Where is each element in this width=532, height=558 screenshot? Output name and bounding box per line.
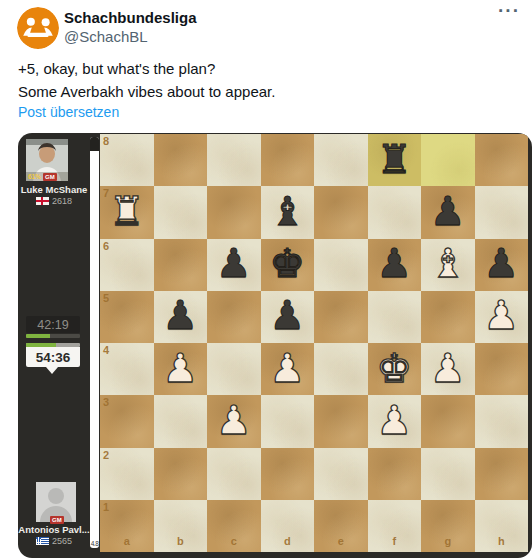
square-c4 [207, 343, 261, 395]
square-b3 [154, 395, 208, 447]
tweet-text: +5, okay, but what's the plan? Some Aver… [18, 57, 275, 103]
white-bishop: ♝ [430, 243, 466, 283]
author-handle[interactable]: @SchachBL [64, 28, 148, 45]
square-h2 [475, 448, 529, 500]
square-c2 [207, 448, 261, 500]
square-b4: ♟ [154, 343, 208, 395]
square-d5: ♟ [261, 291, 315, 343]
black-pawn: ♟ [162, 295, 198, 335]
square-a7: 7♜ [100, 186, 154, 238]
file-label-b: b [154, 535, 208, 547]
square-e2 [314, 448, 368, 500]
square-b8 [154, 134, 208, 186]
black-king: ♚ [269, 243, 305, 283]
square-e8 [314, 134, 368, 186]
white-pawn: ♟ [269, 348, 305, 388]
black-pawn: ♟ [376, 243, 412, 283]
square-a1: 1a [100, 500, 154, 552]
square-f1: f [368, 500, 422, 552]
square-a3: 3 [100, 395, 154, 447]
avatar[interactable] [17, 7, 59, 49]
file-label-h: h [475, 535, 529, 547]
black-pawn: ♟ [430, 191, 466, 231]
rank-label-2: 2 [103, 449, 109, 461]
square-f2 [368, 448, 422, 500]
gm-title-badge: GM [50, 516, 64, 524]
white-clock: 54:36 [26, 347, 80, 367]
square-h4 [475, 343, 529, 395]
square-h7 [475, 186, 529, 238]
active-clock-pointer [46, 367, 58, 380]
square-a6: 6 [100, 239, 154, 291]
square-e3 [314, 395, 368, 447]
square-d8 [261, 134, 315, 186]
square-e7 [314, 186, 368, 238]
more-menu-icon[interactable]: ··· [498, 0, 520, 22]
white-pawn: ♟ [430, 348, 466, 388]
square-g8 [421, 134, 475, 186]
eval-black-share [90, 137, 99, 151]
square-f6: ♟ [368, 239, 422, 291]
white-player-meta: 2565 [18, 536, 90, 546]
broadcast-sidebar: 61% GM Luke McShane 2618 42:19 54:36 GM … [18, 133, 90, 558]
black-pawn: ♟ [483, 243, 519, 283]
white-player-photo: GM [36, 482, 76, 522]
square-b7 [154, 186, 208, 238]
person-silhouette-icon [48, 488, 64, 504]
square-g2 [421, 448, 475, 500]
file-label-c: c [207, 535, 261, 547]
rank-label-8: 8 [103, 135, 109, 147]
black-clock-progress [26, 334, 80, 338]
rank-label-6: 6 [103, 240, 109, 252]
square-d1: d [261, 500, 315, 552]
square-h5: ♟ [475, 291, 529, 343]
photo-overlay: 61% GM [26, 172, 68, 181]
square-g6: ♝ [421, 239, 475, 291]
rank-label-4: 4 [103, 344, 109, 356]
square-a8: 8 [100, 134, 154, 186]
black-player-rating: 2618 [52, 196, 72, 206]
schachbundesliga-logo-icon [17, 7, 59, 49]
black-player-photo: 61% GM [26, 139, 68, 181]
white-pawn: ♟ [162, 348, 198, 388]
square-f7 [368, 186, 422, 238]
square-h1: h [475, 500, 529, 552]
white-player-rating: 2565 [52, 536, 72, 546]
white-player-name: Antonios Pavl... [18, 524, 90, 535]
square-g3 [421, 395, 475, 447]
rank-label-3: 3 [103, 396, 109, 408]
england-flag-icon [36, 197, 49, 205]
black-rook: ♜ [376, 139, 412, 179]
square-g7: ♟ [421, 186, 475, 238]
square-h8 [475, 134, 529, 186]
tweet-text-line-1: +5, okay, but what's the plan? [18, 57, 275, 80]
square-h6: ♟ [475, 239, 529, 291]
eval-value: 4.8 [90, 540, 99, 547]
square-d7: ♝ [261, 186, 315, 238]
rank-label-1: 1 [103, 501, 109, 513]
rank-label-7: 7 [103, 187, 109, 199]
square-a2: 2 [100, 448, 154, 500]
black-pawn: ♟ [216, 243, 252, 283]
square-h3 [475, 395, 529, 447]
square-f5 [368, 291, 422, 343]
square-a4: 4 [100, 343, 154, 395]
square-d2 [261, 448, 315, 500]
white-king: ♚ [376, 348, 412, 388]
tweet-text-line-2: Some Averbakh vibes about to appear. [18, 80, 275, 103]
evaluation-bar: 4.8 [90, 137, 99, 548]
black-player-name: Luke McShane [18, 184, 90, 195]
square-d3 [261, 395, 315, 447]
square-c8 [207, 134, 261, 186]
win-percent-badge: 61% [28, 173, 41, 180]
black-pawn: ♟ [269, 295, 305, 335]
file-label-f: f [368, 535, 422, 547]
square-f3: ♟ [368, 395, 422, 447]
square-e5 [314, 291, 368, 343]
square-f8: ♜ [368, 134, 422, 186]
square-a5: 5 [100, 291, 154, 343]
file-label-g: g [421, 535, 475, 547]
greece-flag-icon [36, 537, 49, 545]
square-g4: ♟ [421, 343, 475, 395]
square-b5: ♟ [154, 291, 208, 343]
file-label-a: a [100, 535, 154, 547]
square-b2 [154, 448, 208, 500]
file-label-e: e [314, 535, 368, 547]
square-d4: ♟ [261, 343, 315, 395]
chess-broadcast-image[interactable]: 61% GM Luke McShane 2618 42:19 54:36 GM … [18, 133, 532, 558]
square-e1: e [314, 500, 368, 552]
gm-title-badge: GM [43, 173, 57, 181]
square-g1: g [421, 500, 475, 552]
white-rook: ♜ [109, 191, 145, 231]
square-c3: ♟ [207, 395, 261, 447]
white-pawn: ♟ [216, 400, 252, 440]
chess-board: 8♜7♜♝♟6♟♚♟♝♟5♟♟♟4♟♟♚♟3♟♟21abcdefgh [100, 134, 528, 552]
square-g5 [421, 291, 475, 343]
square-f4: ♚ [368, 343, 422, 395]
white-pawn: ♟ [376, 400, 412, 440]
file-label-d: d [261, 535, 315, 547]
square-e6 [314, 239, 368, 291]
square-c6: ♟ [207, 239, 261, 291]
author-name[interactable]: Schachbundesliga [64, 9, 197, 26]
tweet-card: Schachbundesliga @SchachBL ··· +5, okay,… [0, 0, 532, 558]
square-b1: b [154, 500, 208, 552]
square-b6 [154, 239, 208, 291]
black-player-meta: 2618 [18, 196, 90, 206]
black-bishop: ♝ [269, 191, 305, 231]
square-e4 [314, 343, 368, 395]
rank-label-5: 5 [103, 292, 109, 304]
white-pawn: ♟ [483, 295, 519, 335]
square-d6: ♚ [261, 239, 315, 291]
square-c7 [207, 186, 261, 238]
black-clock: 42:19 [26, 316, 80, 333]
translate-post-link[interactable]: Post übersetzen [18, 104, 119, 120]
square-c5 [207, 291, 261, 343]
square-c1: c [207, 500, 261, 552]
